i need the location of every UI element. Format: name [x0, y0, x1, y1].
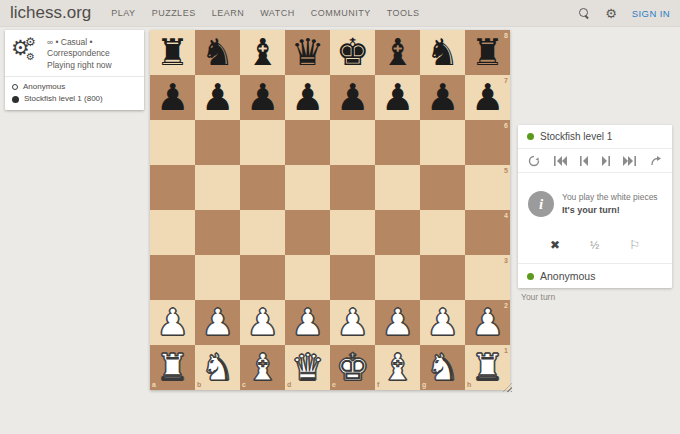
piece-black-king[interactable]: ♚ — [336, 30, 369, 75]
square-c4[interactable] — [240, 210, 285, 255]
square-h4[interactable]: 4 — [465, 210, 510, 255]
square-a7[interactable]: ♟ — [150, 75, 195, 120]
square-e3[interactable] — [330, 255, 375, 300]
piece-black-pawn[interactable]: ♟ — [156, 75, 189, 120]
online-dot — [527, 133, 534, 140]
search-icon[interactable] — [579, 8, 590, 19]
piece-white-pawn[interactable]: ♟ — [336, 300, 369, 345]
first-move-icon[interactable] — [554, 155, 567, 166]
square-e8[interactable]: ♚ — [330, 30, 375, 75]
square-a2[interactable]: ♟ — [150, 300, 195, 345]
game-side-panel: Stockfish level 1 i You play the white p… — [518, 125, 672, 288]
square-h8[interactable]: ♜8 — [465, 30, 510, 75]
coord-rank-2: 2 — [504, 302, 508, 309]
piece-white-pawn[interactable]: ♟ — [471, 300, 504, 345]
square-a5[interactable] — [150, 165, 195, 210]
piece-white-queen[interactable]: ♛ — [291, 345, 324, 390]
player-row: Anonymous — [518, 264, 672, 288]
square-c1[interactable]: ♝c — [240, 345, 285, 390]
piece-white-bishop[interactable]: ♝ — [246, 345, 279, 390]
nav-item-play[interactable]: PLAY — [111, 8, 135, 18]
square-f5[interactable] — [375, 165, 420, 210]
game-meta-line2: Correspondence — [47, 48, 112, 59]
square-b4[interactable] — [195, 210, 240, 255]
square-d4[interactable] — [285, 210, 330, 255]
square-b8[interactable]: ♞ — [195, 30, 240, 75]
square-g6[interactable] — [420, 120, 465, 165]
piece-white-bishop[interactable]: ♝ — [381, 345, 414, 390]
piece-black-pawn[interactable]: ♟ — [246, 75, 279, 120]
piece-black-pawn[interactable]: ♟ — [381, 75, 414, 120]
square-e1[interactable]: ♚e — [330, 345, 375, 390]
main-nav: PLAYPUZZLESLEARNWATCHCOMMUNITYTOOLS — [111, 8, 419, 18]
player-name: Anonymous — [540, 270, 595, 282]
white-player-icon — [12, 84, 18, 90]
square-d5[interactable] — [285, 165, 330, 210]
square-g7[interactable]: ♟ — [420, 75, 465, 120]
square-b5[interactable] — [195, 165, 240, 210]
square-c8[interactable]: ♝ — [240, 30, 285, 75]
analysis-board-icon[interactable] — [650, 155, 662, 166]
piece-white-pawn[interactable]: ♟ — [381, 300, 414, 345]
square-h7[interactable]: ♟7 — [465, 75, 510, 120]
info-line2: It's your turn! — [562, 204, 658, 218]
square-e7[interactable]: ♟ — [330, 75, 375, 120]
square-a3[interactable] — [150, 255, 195, 300]
square-g4[interactable] — [420, 210, 465, 255]
square-h3[interactable]: 3 — [465, 255, 510, 300]
square-d7[interactable]: ♟ — [285, 75, 330, 120]
square-f1[interactable]: ♝f — [375, 345, 420, 390]
offer-draw-button[interactable]: ½ — [590, 240, 599, 251]
coord-rank-1: 1 — [504, 347, 508, 354]
square-f2[interactable]: ♟ — [375, 300, 420, 345]
square-f8[interactable]: ♝ — [375, 30, 420, 75]
square-d2[interactable]: ♟ — [285, 300, 330, 345]
square-d8[interactable]: ♛ — [285, 30, 330, 75]
piece-white-pawn[interactable]: ♟ — [291, 300, 324, 345]
piece-black-bishop[interactable]: ♝ — [246, 30, 279, 75]
game-action-row: ✖ ½ ⚐ — [518, 217, 672, 263]
last-move-icon[interactable] — [623, 155, 636, 166]
abort-game-button[interactable]: ✖ — [550, 239, 560, 251]
replay-controls — [518, 149, 672, 172]
nav-item-community[interactable]: COMMUNITY — [311, 8, 371, 18]
square-g5[interactable] — [420, 165, 465, 210]
square-c7[interactable]: ♟ — [240, 75, 285, 120]
gear-icon[interactable]: ⚙ — [605, 7, 617, 20]
piece-black-rook[interactable]: ♜ — [471, 30, 504, 75]
square-e6[interactable] — [330, 120, 375, 165]
coord-rank-7: 7 — [504, 77, 508, 84]
square-d6[interactable] — [285, 120, 330, 165]
black-player-icon — [12, 96, 19, 103]
coord-rank-4: 4 — [504, 212, 508, 219]
black-player-row: Stockfish level 1 (800) — [12, 93, 137, 105]
nav-item-watch[interactable]: WATCH — [260, 8, 295, 18]
top-bar: lichess.org PLAYPUZZLESLEARNWATCHCOMMUNI… — [0, 0, 680, 27]
black-player-name: Stockfish level 1 (800) — [24, 93, 103, 105]
piece-black-pawn[interactable]: ♟ — [426, 75, 459, 120]
piece-white-pawn[interactable]: ♟ — [426, 300, 459, 345]
piece-black-pawn[interactable]: ♟ — [201, 75, 234, 120]
nav-item-puzzles[interactable]: PUZZLES — [152, 8, 196, 18]
game-meta-card: ⚙ ⚙ ⚙ ∞ • Casual • Correspondence Playin… — [5, 30, 144, 110]
flip-board-icon[interactable] — [528, 155, 540, 166]
piece-white-knight[interactable]: ♞ — [201, 345, 234, 390]
coord-file-f: f — [377, 381, 379, 388]
square-e4[interactable] — [330, 210, 375, 255]
header-right: ⚙ SIGN IN — [579, 7, 670, 20]
square-b1[interactable]: ♞b — [195, 345, 240, 390]
square-a1[interactable]: ♜a — [150, 345, 195, 390]
coord-rank-8: 8 — [504, 32, 508, 39]
square-f4[interactable] — [375, 210, 420, 255]
coord-rank-5: 5 — [504, 167, 508, 174]
square-a4[interactable] — [150, 210, 195, 255]
lichess-logo[interactable]: lichess.org — [10, 3, 91, 23]
piece-white-pawn[interactable]: ♟ — [201, 300, 234, 345]
turn-status-label: Your turn — [521, 292, 555, 302]
square-c2[interactable]: ♟ — [240, 300, 285, 345]
nav-item-learn[interactable]: LEARN — [212, 8, 245, 18]
opponent-row: Stockfish level 1 — [518, 125, 672, 148]
square-b2[interactable]: ♟ — [195, 300, 240, 345]
next-move-icon[interactable] — [602, 155, 610, 166]
piece-black-queen[interactable]: ♛ — [291, 30, 324, 75]
piece-white-rook[interactable]: ♜ — [471, 345, 504, 390]
square-b7[interactable]: ♟ — [195, 75, 240, 120]
chess-board[interactable]: ♜♞♝♛♚♝♞♜8♟♟♟♟♟♟♟♟76543♟♟♟♟♟♟♟♟2♜a♞b♝c♛d♚… — [150, 30, 510, 390]
nav-item-tools[interactable]: TOOLS — [387, 8, 420, 18]
info-icon: i — [528, 191, 554, 217]
cogs-icon: ⚙ ⚙ ⚙ — [11, 36, 41, 68]
white-player-row: Anonymous — [12, 81, 137, 93]
square-a8[interactable]: ♜ — [150, 30, 195, 75]
previous-move-icon[interactable] — [580, 155, 588, 166]
square-d1[interactable]: ♛d — [285, 345, 330, 390]
online-dot — [527, 273, 534, 280]
square-f7[interactable]: ♟ — [375, 75, 420, 120]
piece-black-pawn[interactable]: ♟ — [336, 75, 369, 120]
piece-white-pawn[interactable]: ♟ — [246, 300, 279, 345]
square-a6[interactable] — [150, 120, 195, 165]
square-b3[interactable] — [195, 255, 240, 300]
piece-black-pawn[interactable]: ♟ — [471, 75, 504, 120]
game-meta-players: Anonymous Stockfish level 1 (800) — [5, 76, 144, 110]
square-e5[interactable] — [330, 165, 375, 210]
square-g1[interactable]: ♞g — [420, 345, 465, 390]
square-b6[interactable] — [195, 120, 240, 165]
white-player-name: Anonymous — [23, 81, 65, 93]
piece-black-knight[interactable]: ♞ — [201, 30, 234, 75]
square-h5[interactable]: 5 — [465, 165, 510, 210]
turn-info-box: i You play the white pieces It's your tu… — [518, 173, 672, 217]
sign-in-link[interactable]: SIGN IN — [632, 8, 670, 19]
piece-black-rook[interactable]: ♜ — [156, 30, 189, 75]
info-line1: You play the white pieces — [562, 191, 658, 204]
turn-info-text: You play the white pieces It's your turn… — [562, 191, 658, 217]
game-meta-lines: ∞ • Casual • Correspondence Playing righ… — [47, 36, 112, 71]
square-h2[interactable]: ♟2 — [465, 300, 510, 345]
piece-white-rook[interactable]: ♜ — [156, 345, 189, 390]
piece-black-bishop[interactable]: ♝ — [381, 30, 414, 75]
square-c6[interactable] — [240, 120, 285, 165]
resign-flag-button[interactable]: ⚐ — [629, 239, 640, 251]
piece-white-knight[interactable]: ♞ — [426, 345, 459, 390]
game-meta-line1: ∞ • Casual • — [47, 37, 112, 48]
piece-white-pawn[interactable]: ♟ — [156, 300, 189, 345]
square-g8[interactable]: ♞ — [420, 30, 465, 75]
square-d3[interactable] — [285, 255, 330, 300]
coord-rank-6: 6 — [504, 122, 508, 129]
square-c5[interactable] — [240, 165, 285, 210]
opponent-name: Stockfish level 1 — [540, 131, 612, 142]
game-meta-line3: Playing right now — [47, 60, 112, 71]
square-e2[interactable]: ♟ — [330, 300, 375, 345]
game-meta-top: ⚙ ⚙ ⚙ ∞ • Casual • Correspondence Playin… — [5, 30, 144, 76]
coord-rank-3: 3 — [504, 257, 508, 264]
square-h6[interactable]: 6 — [465, 120, 510, 165]
square-g2[interactable]: ♟ — [420, 300, 465, 345]
piece-white-king[interactable]: ♚ — [336, 345, 369, 390]
piece-black-knight[interactable]: ♞ — [426, 30, 459, 75]
square-f6[interactable] — [375, 120, 420, 165]
piece-black-pawn[interactable]: ♟ — [291, 75, 324, 120]
square-h1[interactable]: ♜1h — [465, 345, 510, 390]
square-g3[interactable] — [420, 255, 465, 300]
square-c3[interactable] — [240, 255, 285, 300]
square-f3[interactable] — [375, 255, 420, 300]
